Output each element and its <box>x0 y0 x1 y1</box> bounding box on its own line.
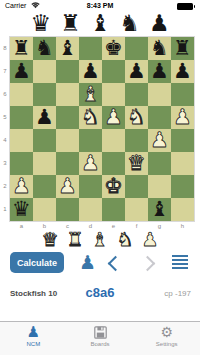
square-d5[interactable]: ♞ <box>79 106 102 129</box>
black-knight-piece[interactable]: ♞ <box>35 37 54 60</box>
tab-settings[interactable]: ⚙ Settings <box>133 322 200 355</box>
black-bishop-piece[interactable]: ♝ <box>58 37 77 60</box>
rank-label-1: 1 <box>0 198 10 221</box>
black-bishop-tray-button[interactable]: ♝ <box>90 9 111 37</box>
square-d3[interactable]: ♟ <box>79 152 102 175</box>
square-a8[interactable]: ♜ <box>10 37 33 60</box>
square-c4[interactable] <box>56 129 79 152</box>
square-h4[interactable] <box>171 129 194 152</box>
black-pawn-piece[interactable]: ♟ <box>12 60 31 83</box>
white-knight-piece[interactable]: ♞ <box>81 106 100 129</box>
square-f8[interactable] <box>125 37 148 60</box>
square-b4[interactable] <box>33 129 56 152</box>
square-g4[interactable]: ♟ <box>148 129 171 152</box>
square-a4[interactable] <box>10 129 33 152</box>
black-rook-tray-button[interactable]: ♜ <box>60 9 81 37</box>
square-c3[interactable] <box>56 152 79 175</box>
square-c8[interactable]: ♝ <box>56 37 79 60</box>
square-a7[interactable]: ♟ <box>10 60 33 83</box>
square-e3[interactable] <box>102 152 125 175</box>
rank-labels: 87654321 <box>0 37 10 221</box>
square-g6[interactable] <box>148 83 171 106</box>
square-f2[interactable] <box>125 175 148 198</box>
square-e2[interactable]: ♚ <box>102 175 125 198</box>
rank-label-6: 6 <box>0 83 10 106</box>
white-pawn-piece[interactable]: ♟ <box>173 106 192 129</box>
rank-label-5: 5 <box>0 106 10 129</box>
pawn-icon: ♟ <box>27 324 40 340</box>
square-g8[interactable]: ♞ <box>148 37 171 60</box>
carrier-label: Carrier <box>5 2 26 9</box>
square-a1[interactable]: ♛ <box>10 198 33 221</box>
black-pawn-piece[interactable]: ♟ <box>127 60 146 83</box>
square-d2[interactable] <box>79 175 102 198</box>
square-e8[interactable]: ♚ <box>102 37 125 60</box>
square-b7[interactable] <box>33 60 56 83</box>
black-pawn-tray-button[interactable]: ♟ <box>149 9 170 37</box>
square-g7[interactable]: ♟ <box>148 60 171 83</box>
white-knight-piece[interactable]: ♞ <box>127 106 146 129</box>
black-pawn-piece[interactable]: ♟ <box>35 106 54 129</box>
gear-icon: ⚙ <box>160 324 173 340</box>
square-e1[interactable] <box>102 198 125 221</box>
square-d7[interactable]: ♟ <box>79 60 102 83</box>
engine-name: Stockfish 10 <box>10 289 57 298</box>
square-d4[interactable] <box>79 129 102 152</box>
white-pawn-piece[interactable]: ♟ <box>150 129 169 152</box>
square-e5[interactable]: ♟ <box>102 106 125 129</box>
black-rook-piece[interactable]: ♜ <box>12 37 31 60</box>
square-e6[interactable] <box>102 83 125 106</box>
square-e4[interactable] <box>102 129 125 152</box>
square-c7[interactable] <box>56 60 79 83</box>
square-g2[interactable] <box>148 175 171 198</box>
chess-board[interactable]: ♜♞♝♚♞♜♟♟♟♟♟♝♟♞♟♞♟♟♟♛♟♟♚♛♝ <box>10 37 194 221</box>
square-d6[interactable]: ♝ <box>79 83 102 106</box>
rank-label-7: 7 <box>0 60 10 83</box>
black-piece-tray: ♛♜♝♞♟ <box>0 9 200 37</box>
white-knight-tray-button[interactable]: ♞ <box>117 229 134 249</box>
square-b3[interactable] <box>33 152 56 175</box>
tab-ncm[interactable]: ♟ NCM <box>0 322 67 355</box>
white-bishop-tray-button[interactable]: ♝ <box>91 229 108 249</box>
white-bishop-piece[interactable]: ♝ <box>81 83 100 106</box>
square-g1[interactable]: ♝ <box>148 198 171 221</box>
chevron-right-icon[interactable] <box>140 256 156 272</box>
menu-lines-icon[interactable] <box>172 255 188 271</box>
tab-settings-label: Settings <box>156 341 178 347</box>
chess-app: Carrier 8:43 PM ♛♜♝♞♟ 87654321 ♜♞♝♚♞♜♟♟♟… <box>0 0 200 355</box>
square-f3[interactable]: ♛ <box>125 152 148 175</box>
square-h6[interactable] <box>171 83 194 106</box>
square-f5[interactable]: ♞ <box>125 106 148 129</box>
square-d8[interactable] <box>79 37 102 60</box>
square-h1[interactable] <box>171 198 194 221</box>
square-a2[interactable]: ♟ <box>10 175 33 198</box>
side-to-move-pawn-icon[interactable]: ♟ <box>79 250 96 274</box>
chevron-left-icon[interactable] <box>108 256 124 272</box>
black-king-piece[interactable]: ♚ <box>104 37 123 60</box>
black-pawn-piece[interactable]: ♟ <box>150 60 169 83</box>
square-c6[interactable] <box>56 83 79 106</box>
square-e7[interactable] <box>102 60 125 83</box>
black-pawn-piece[interactable]: ♟ <box>173 60 192 83</box>
rank-label-2: 2 <box>0 175 10 198</box>
rank-label-3: 3 <box>0 152 10 175</box>
black-queen-tray-button[interactable]: ♛ <box>30 9 51 37</box>
square-g5[interactable] <box>148 106 171 129</box>
square-b8[interactable]: ♞ <box>33 37 56 60</box>
black-knight-tray-button[interactable]: ♞ <box>119 9 140 37</box>
square-a3[interactable] <box>10 152 33 175</box>
black-queen-piece[interactable]: ♛ <box>12 198 31 221</box>
white-piece-tray: ♛♜♝♞♟ <box>0 229 200 249</box>
white-pawn-piece[interactable]: ♟ <box>12 175 31 198</box>
square-b5[interactable]: ♟ <box>33 106 56 129</box>
square-h2[interactable] <box>171 175 194 198</box>
square-h3[interactable] <box>171 152 194 175</box>
tab-boards[interactable]: Boards <box>67 322 134 355</box>
black-pawn-piece[interactable]: ♟ <box>81 60 100 83</box>
square-b1[interactable] <box>33 198 56 221</box>
square-h5[interactable]: ♟ <box>171 106 194 129</box>
white-king-piece[interactable]: ♚ <box>104 175 123 198</box>
white-queen-tray-button[interactable]: ♛ <box>41 229 58 249</box>
tab-ncm-label: NCM <box>27 341 41 347</box>
square-f1[interactable] <box>125 198 148 221</box>
square-b6[interactable] <box>33 83 56 106</box>
calculate-button[interactable]: Calculate <box>10 252 64 273</box>
square-f4[interactable] <box>125 129 148 152</box>
white-pawn-tray-button[interactable]: ♟ <box>142 229 159 249</box>
clock-label: 8:43 PM <box>87 2 113 9</box>
square-c1[interactable] <box>56 198 79 221</box>
square-f6[interactable] <box>125 83 148 106</box>
square-f7[interactable]: ♟ <box>125 60 148 83</box>
tab-boards-label: Boards <box>91 341 110 347</box>
square-b2[interactable] <box>33 175 56 198</box>
evaluation: cp -197 <box>164 289 191 298</box>
best-move[interactable]: c8a6 <box>86 285 115 300</box>
square-h8[interactable]: ♜ <box>171 37 194 60</box>
white-pawn-piece[interactable]: ♟ <box>81 152 100 175</box>
tab-bar: ♟ NCM Boards ⚙ Settings <box>0 321 200 355</box>
black-knight-piece[interactable]: ♞ <box>150 37 169 60</box>
floppy-icon <box>94 324 107 340</box>
square-h7[interactable]: ♟ <box>171 60 194 83</box>
rank-label-8: 8 <box>0 37 10 60</box>
white-queen-piece[interactable]: ♛ <box>127 152 146 175</box>
square-c2[interactable]: ♟ <box>56 175 79 198</box>
square-d1[interactable] <box>79 198 102 221</box>
white-rook-tray-button[interactable]: ♜ <box>66 229 83 249</box>
engine-row: Stockfish 10 c8a6 cp -197 <box>0 285 200 303</box>
square-a5[interactable] <box>10 106 33 129</box>
black-bishop-piece[interactable]: ♝ <box>150 198 169 221</box>
square-g3[interactable] <box>148 152 171 175</box>
square-a6[interactable] <box>10 83 33 106</box>
black-rook-piece[interactable]: ♜ <box>173 37 192 60</box>
square-c5[interactable] <box>56 106 79 129</box>
white-pawn-piece[interactable]: ♟ <box>104 106 123 129</box>
white-pawn-piece[interactable]: ♟ <box>58 175 77 198</box>
controls-row: Calculate ♟ <box>0 252 200 274</box>
rank-label-4: 4 <box>0 129 10 152</box>
